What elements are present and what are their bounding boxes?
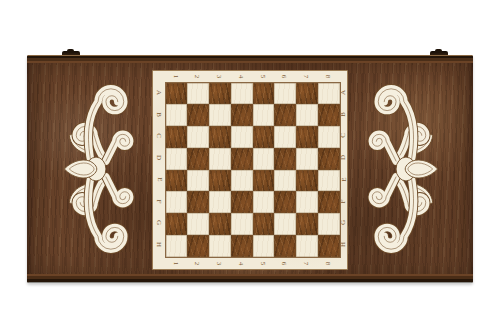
- file-label: 2: [194, 75, 201, 79]
- square[interactable]: [231, 104, 253, 126]
- square[interactable]: [187, 191, 209, 213]
- square[interactable]: [209, 83, 231, 105]
- square[interactable]: [274, 126, 296, 148]
- box-bottom-edge: [27, 274, 473, 283]
- square[interactable]: [318, 191, 340, 213]
- file-labels-bottom: 1 2 3 4 5 6 7 8: [165, 256, 339, 272]
- file-label: 4: [237, 75, 244, 79]
- square[interactable]: [318, 235, 340, 257]
- square[interactable]: [209, 170, 231, 192]
- rank-labels-left: A B C D E F G H: [153, 82, 165, 256]
- square[interactable]: [296, 148, 318, 170]
- square[interactable]: [166, 148, 188, 170]
- rank-label: G: [155, 220, 162, 225]
- square[interactable]: [253, 191, 275, 213]
- rank-label: F: [340, 199, 347, 203]
- chess-board-grid[interactable]: [165, 82, 341, 258]
- square[interactable]: [318, 170, 340, 192]
- square[interactable]: [253, 104, 275, 126]
- square[interactable]: [209, 104, 231, 126]
- square[interactable]: [187, 126, 209, 148]
- square[interactable]: [187, 83, 209, 105]
- rank-label: F: [155, 199, 162, 203]
- square[interactable]: [318, 213, 340, 235]
- square[interactable]: [253, 170, 275, 192]
- file-label: 8: [324, 262, 331, 266]
- square[interactable]: [274, 148, 296, 170]
- square[interactable]: [318, 148, 340, 170]
- square[interactable]: [231, 126, 253, 148]
- rank-label: D: [340, 155, 347, 160]
- rank-label: D: [155, 155, 162, 160]
- square[interactable]: [253, 148, 275, 170]
- file-label: 7: [302, 262, 309, 266]
- square[interactable]: [166, 235, 188, 257]
- square[interactable]: [231, 191, 253, 213]
- square[interactable]: [253, 235, 275, 257]
- square[interactable]: [166, 170, 188, 192]
- file-label: 3: [215, 262, 222, 266]
- file-label: 7: [302, 75, 309, 79]
- square[interactable]: [187, 148, 209, 170]
- square[interactable]: [296, 191, 318, 213]
- rank-label: A: [155, 90, 162, 95]
- rank-label: H: [155, 242, 162, 247]
- square[interactable]: [318, 83, 340, 105]
- file-label: 5: [259, 75, 266, 79]
- square[interactable]: [274, 83, 296, 105]
- file-label: 5: [259, 262, 266, 266]
- rank-label: C: [155, 134, 162, 139]
- scroll-ornament-right: [362, 70, 442, 268]
- square[interactable]: [209, 126, 231, 148]
- file-label: 4: [237, 262, 244, 266]
- square[interactable]: [274, 191, 296, 213]
- rank-label: B: [340, 112, 347, 117]
- chess-board-panel: 1 2 3 4 5 6 7 8 1 2 3 4 5 6 7 8 A B C D …: [152, 70, 348, 270]
- file-labels-top: 1 2 3 4 5 6 7 8: [165, 71, 339, 82]
- square[interactable]: [209, 191, 231, 213]
- square[interactable]: [296, 126, 318, 148]
- square[interactable]: [296, 104, 318, 126]
- box-lid-edge: [27, 55, 473, 63]
- square[interactable]: [231, 235, 253, 257]
- square[interactable]: [296, 170, 318, 192]
- square[interactable]: [274, 213, 296, 235]
- square[interactable]: [187, 170, 209, 192]
- square[interactable]: [231, 148, 253, 170]
- file-label: 3: [215, 75, 222, 79]
- scroll-ornament-left: [60, 70, 140, 268]
- square[interactable]: [187, 104, 209, 126]
- square[interactable]: [274, 235, 296, 257]
- square[interactable]: [166, 126, 188, 148]
- square[interactable]: [318, 126, 340, 148]
- rank-label: E: [340, 177, 347, 181]
- square[interactable]: [296, 235, 318, 257]
- square[interactable]: [166, 191, 188, 213]
- file-label: 8: [324, 75, 331, 79]
- square[interactable]: [166, 83, 188, 105]
- square[interactable]: [296, 83, 318, 105]
- square[interactable]: [166, 104, 188, 126]
- square[interactable]: [231, 83, 253, 105]
- square[interactable]: [318, 104, 340, 126]
- file-label: 2: [194, 262, 201, 266]
- square[interactable]: [187, 213, 209, 235]
- wooden-game-box: 1 2 3 4 5 6 7 8 1 2 3 4 5 6 7 8 A B C D …: [27, 55, 473, 283]
- square[interactable]: [274, 170, 296, 192]
- file-label: 6: [281, 75, 288, 79]
- rank-label: C: [340, 134, 347, 139]
- square[interactable]: [209, 213, 231, 235]
- file-label: 1: [172, 262, 179, 266]
- square[interactable]: [166, 213, 188, 235]
- file-label: 6: [281, 262, 288, 266]
- rank-label: G: [340, 220, 347, 225]
- square[interactable]: [296, 213, 318, 235]
- square[interactable]: [209, 235, 231, 257]
- square[interactable]: [253, 126, 275, 148]
- rank-label: A: [340, 90, 347, 95]
- rank-label: H: [340, 242, 347, 247]
- rank-label: E: [155, 177, 162, 181]
- square[interactable]: [274, 104, 296, 126]
- file-label: 1: [172, 75, 179, 79]
- square[interactable]: [253, 213, 275, 235]
- square[interactable]: [231, 170, 253, 192]
- square[interactable]: [187, 235, 209, 257]
- square[interactable]: [253, 83, 275, 105]
- rank-label: B: [155, 112, 162, 117]
- square[interactable]: [231, 213, 253, 235]
- square[interactable]: [209, 148, 231, 170]
